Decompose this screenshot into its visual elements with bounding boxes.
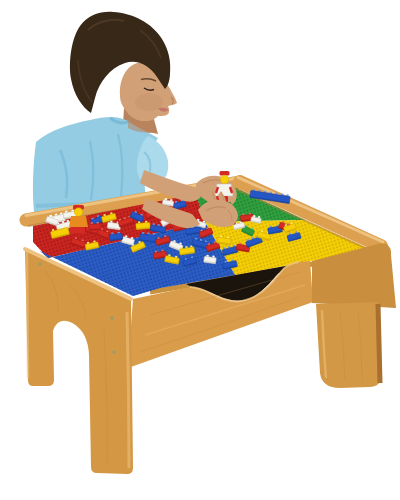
activity-table-scene	[0, 0, 400, 500]
panel-left-highlight	[27, 252, 28, 378]
right-side-panel	[312, 244, 396, 388]
screw	[112, 350, 115, 353]
minifig-head	[220, 175, 228, 183]
screw	[39, 263, 42, 266]
minifig-torso	[69, 216, 88, 227]
screw	[110, 316, 113, 319]
leg-edge-dark	[378, 304, 380, 383]
minifig-hat	[220, 171, 230, 176]
minifig-head	[74, 208, 82, 216]
product-photo	[0, 0, 400, 500]
minifig-legs	[70, 227, 85, 234]
brick-blue	[140, 232, 157, 242]
